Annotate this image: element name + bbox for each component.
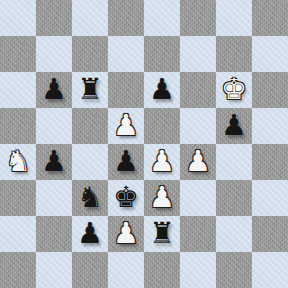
square-g6[interactable]: ♚ [216,72,252,108]
white-king-g6[interactable]: ♚ [221,71,247,107]
square-h4[interactable] [252,144,288,180]
square-e7[interactable] [144,36,180,72]
square-e3[interactable]: ♟ [144,180,180,216]
square-e1[interactable] [144,252,180,288]
square-a8[interactable] [0,0,36,36]
square-g8[interactable] [216,0,252,36]
square-b3[interactable] [36,180,72,216]
square-e2[interactable]: ♜ [144,216,180,252]
square-g1[interactable] [216,252,252,288]
square-c6[interactable]: ♜ [72,72,108,108]
square-c1[interactable] [72,252,108,288]
square-e8[interactable] [144,0,180,36]
square-f1[interactable] [180,252,216,288]
chess-board: ♟♜♟♚♟♟♞♟♟♟♟♞♚♟♟♟♜ [0,0,288,288]
white-pawn-e3[interactable]: ♟ [149,179,175,215]
square-b4[interactable]: ♟ [36,144,72,180]
square-h2[interactable] [252,216,288,252]
black-pawn-d4[interactable]: ♟ [113,143,139,179]
square-g7[interactable] [216,36,252,72]
black-rook-c6[interactable]: ♜ [77,71,103,107]
white-pawn-d2[interactable]: ♟ [113,215,139,251]
square-b2[interactable] [36,216,72,252]
square-h3[interactable] [252,180,288,216]
square-a3[interactable] [0,180,36,216]
square-e4[interactable]: ♟ [144,144,180,180]
square-h6[interactable] [252,72,288,108]
square-a5[interactable] [0,108,36,144]
square-c3[interactable]: ♞ [72,180,108,216]
square-b5[interactable] [36,108,72,144]
square-f4[interactable]: ♟ [180,144,216,180]
white-pawn-e4[interactable]: ♟ [149,143,175,179]
square-b6[interactable]: ♟ [36,72,72,108]
square-b7[interactable] [36,36,72,72]
square-h7[interactable] [252,36,288,72]
square-a7[interactable] [0,36,36,72]
square-a6[interactable] [0,72,36,108]
square-d4[interactable]: ♟ [108,144,144,180]
square-a4[interactable]: ♞ [0,144,36,180]
square-e6[interactable]: ♟ [144,72,180,108]
square-f2[interactable] [180,216,216,252]
square-g4[interactable] [216,144,252,180]
square-h8[interactable] [252,0,288,36]
black-pawn-b4[interactable]: ♟ [41,143,67,179]
square-d2[interactable]: ♟ [108,216,144,252]
square-h5[interactable] [252,108,288,144]
square-f5[interactable] [180,108,216,144]
white-pawn-f4[interactable]: ♟ [185,143,211,179]
square-c2[interactable]: ♟ [72,216,108,252]
square-a1[interactable] [0,252,36,288]
square-f7[interactable] [180,36,216,72]
square-c8[interactable] [72,0,108,36]
square-c4[interactable] [72,144,108,180]
square-c7[interactable] [72,36,108,72]
black-knight-c3[interactable]: ♞ [77,179,103,215]
black-pawn-e6[interactable]: ♟ [149,71,175,107]
black-rook-e2[interactable]: ♜ [149,215,175,251]
white-knight-a4[interactable]: ♞ [5,143,31,179]
white-pawn-d5[interactable]: ♟ [113,107,139,143]
square-d3[interactable]: ♚ [108,180,144,216]
square-c5[interactable] [72,108,108,144]
square-d6[interactable] [108,72,144,108]
square-g2[interactable] [216,216,252,252]
square-a2[interactable] [0,216,36,252]
square-g5[interactable]: ♟ [216,108,252,144]
square-d5[interactable]: ♟ [108,108,144,144]
square-h1[interactable] [252,252,288,288]
black-pawn-c2[interactable]: ♟ [77,215,103,251]
square-d1[interactable] [108,252,144,288]
square-d8[interactable] [108,0,144,36]
black-pawn-g5[interactable]: ♟ [221,107,247,143]
square-f6[interactable] [180,72,216,108]
black-king-d3[interactable]: ♚ [113,179,139,215]
square-d7[interactable] [108,36,144,72]
black-pawn-b6[interactable]: ♟ [41,71,67,107]
square-g3[interactable] [216,180,252,216]
square-b1[interactable] [36,252,72,288]
square-b8[interactable] [36,0,72,36]
square-f8[interactable] [180,0,216,36]
square-e5[interactable] [144,108,180,144]
square-f3[interactable] [180,180,216,216]
